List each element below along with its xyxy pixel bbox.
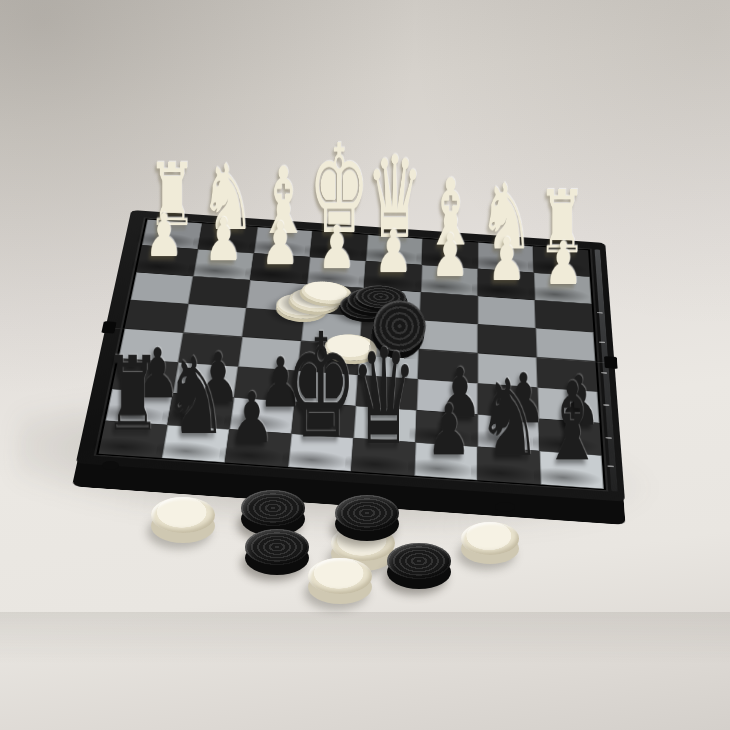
square-b4[interactable] xyxy=(478,324,537,357)
table-checker-white[interactable] xyxy=(151,497,215,543)
white-pawn[interactable]: ♟ xyxy=(260,214,299,274)
square-a2[interactable]: ♟ xyxy=(534,273,592,304)
piece-wrap: ♟ xyxy=(534,273,592,304)
checker-top-face xyxy=(335,495,399,531)
piece-wrap: ♛ xyxy=(351,438,415,476)
black-knight[interactable]: ♞ xyxy=(162,344,227,451)
black-pawn[interactable]: ♟ xyxy=(427,396,472,466)
table-checker-black[interactable] xyxy=(245,529,309,575)
piece-wrap: ♟ xyxy=(421,265,478,296)
piece-wrap: ♟ xyxy=(478,269,535,300)
square-b8[interactable]: ♞ xyxy=(477,447,540,485)
checker-top-face xyxy=(151,497,215,533)
black-queen[interactable]: ♛ xyxy=(350,331,416,463)
square-a3[interactable] xyxy=(535,300,594,332)
square-c8[interactable]: ♟ xyxy=(414,442,477,480)
checker-top-face xyxy=(241,490,305,526)
square-a4[interactable] xyxy=(536,328,596,361)
white-pawn[interactable]: ♟ xyxy=(317,218,356,278)
checker-top-face xyxy=(387,543,451,579)
white-pawn[interactable]: ♟ xyxy=(374,222,413,282)
white-pawn[interactable]: ♟ xyxy=(487,230,526,290)
photo-background: { "scene": { "type": "product photo of a… xyxy=(0,0,730,730)
checker-top-face xyxy=(245,529,309,565)
board-foot xyxy=(495,502,515,512)
checker-top-face xyxy=(308,558,372,594)
black-rook[interactable]: ♜ xyxy=(104,343,161,445)
square-h3[interactable] xyxy=(131,272,194,304)
square-e8[interactable]: ♚ xyxy=(288,434,353,472)
table-checker-white[interactable] xyxy=(308,558,372,604)
table-checker-black[interactable] xyxy=(335,495,399,541)
table-checker-black[interactable] xyxy=(387,543,451,589)
checker-top-face xyxy=(461,522,520,555)
board-foot xyxy=(102,461,119,470)
piece-wrap: ♝ xyxy=(540,451,604,489)
white-pawn[interactable]: ♟ xyxy=(544,234,583,294)
square-d8[interactable]: ♛ xyxy=(351,438,415,476)
square-g3[interactable] xyxy=(188,276,250,308)
black-bishop[interactable]: ♝ xyxy=(540,368,602,477)
white-pawn[interactable]: ♟ xyxy=(204,210,243,270)
square-b2[interactable]: ♟ xyxy=(478,269,535,300)
chess-board-grid[interactable]: ♜♞♝♚♛♝♞♜♟♟♟♟♟♟♟♟♟♟♟♟♟♟♜♞♟♚♛♟♞♝ xyxy=(99,219,604,489)
square-c2[interactable]: ♟ xyxy=(421,265,478,296)
piece-wrap: ♚ xyxy=(288,434,353,472)
board-clasp-left xyxy=(101,321,117,334)
square-b3[interactable] xyxy=(478,296,536,328)
square-a8[interactable]: ♝ xyxy=(540,451,604,489)
white-pawn[interactable]: ♟ xyxy=(430,226,469,286)
square-c3[interactable] xyxy=(420,292,478,324)
black-king[interactable]: ♚ xyxy=(285,314,357,459)
white-pawn[interactable]: ♟ xyxy=(144,206,183,266)
piece-wrap: ♞ xyxy=(477,447,540,485)
black-pawn[interactable]: ♟ xyxy=(229,384,274,454)
chess-board[interactable]: ♜♞♝♚♛♝♞♜♟♟♟♟♟♟♟♟♟♟♟♟♟♟♜♞♟♚♛♟♞♝ xyxy=(76,210,625,502)
table-checker-white[interactable] xyxy=(461,522,520,564)
piece-wrap: ♟ xyxy=(414,442,477,480)
black-knight[interactable]: ♞ xyxy=(476,365,541,472)
